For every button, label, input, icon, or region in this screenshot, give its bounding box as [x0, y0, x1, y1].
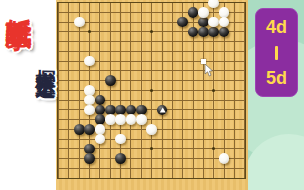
- black-stone: [84, 124, 95, 134]
- black-stone: [198, 17, 209, 27]
- cursor-highlight-square: [201, 59, 206, 64]
- white-stone: [105, 114, 116, 124]
- white-stone: [146, 124, 157, 134]
- white-stone: [74, 17, 85, 27]
- black-stone: [115, 153, 126, 163]
- black-stone: [105, 75, 116, 85]
- black-stone: [74, 124, 85, 134]
- mouse-cursor-icon: [204, 64, 214, 77]
- subline-text: 探索棋之正道: [33, 53, 60, 65]
- white-stone: [84, 105, 95, 115]
- star-point: [150, 89, 153, 92]
- caption-panel: [0, 0, 56, 190]
- white-stone: [219, 153, 230, 163]
- go-board[interactable]: [56, 0, 248, 190]
- black-stone: [84, 153, 95, 163]
- rank-badge-bottom: 5d: [266, 69, 287, 87]
- white-stone: [198, 7, 209, 17]
- last-move-triangle-marker: [160, 107, 166, 112]
- rank-badge-divider-line: [275, 46, 278, 60]
- headline-text: 斩断实战恶手: [2, 0, 37, 4]
- video-thumbnail[interactable]: 斩断实战恶手 探索棋之正道 4d 5d: [0, 0, 304, 190]
- black-stone: [198, 27, 209, 37]
- black-stone: [188, 7, 199, 17]
- white-stone: [136, 114, 147, 124]
- white-stone: [84, 85, 95, 95]
- white-stone: [115, 114, 126, 124]
- white-stone: [126, 114, 137, 124]
- rank-badge-top: 4d: [266, 18, 287, 36]
- white-stone: [95, 124, 106, 134]
- rank-badge: 4d 5d: [255, 8, 298, 97]
